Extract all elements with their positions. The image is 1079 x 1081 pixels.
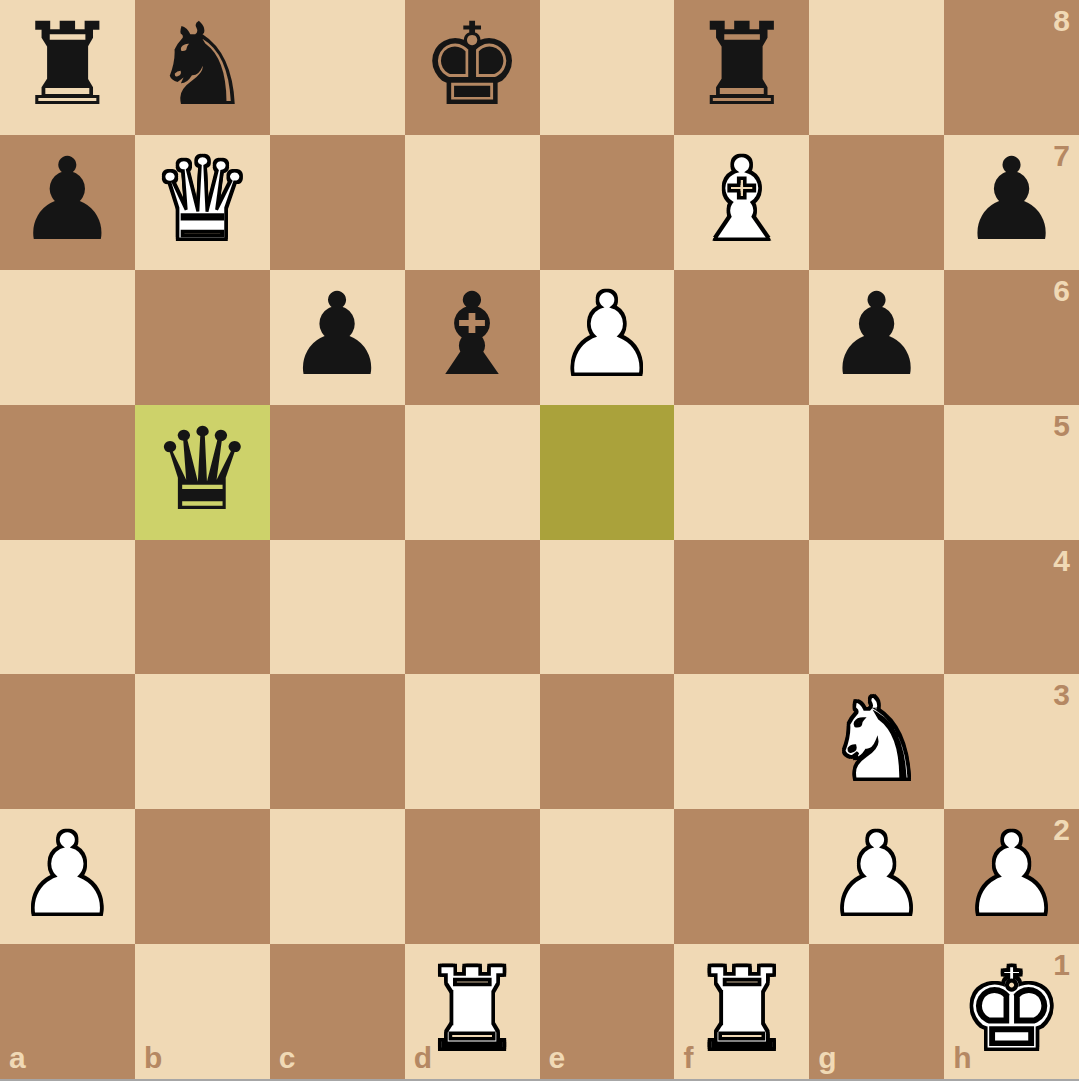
file-label-f: f (683, 1043, 693, 1073)
square-h7[interactable]: ♟7 (944, 135, 1079, 270)
square-a4[interactable] (0, 540, 135, 675)
black-knight[interactable]: ♞ (151, 8, 253, 122)
square-b8[interactable]: ♞ (135, 0, 270, 135)
square-d2[interactable] (405, 809, 540, 944)
square-c8[interactable] (270, 0, 405, 135)
square-h6[interactable]: 6 (944, 270, 1079, 405)
square-b2[interactable] (135, 809, 270, 944)
black-bishop[interactable]: ♝ (421, 278, 523, 392)
white-king[interactable]: ♚ (960, 953, 1062, 1067)
rank-label-6: 6 (1053, 276, 1070, 306)
file-label-g: g (818, 1043, 836, 1073)
square-g7[interactable] (809, 135, 944, 270)
square-b1[interactable]: b (135, 944, 270, 1079)
rank-label-5: 5 (1053, 411, 1070, 441)
square-e2[interactable] (540, 809, 675, 944)
square-f6[interactable] (674, 270, 809, 405)
rank-label-3: 3 (1053, 680, 1070, 710)
square-e1[interactable]: e (540, 944, 675, 1079)
square-d3[interactable] (405, 674, 540, 809)
square-a7[interactable]: ♟ (0, 135, 135, 270)
file-label-h: h (953, 1043, 971, 1073)
square-g4[interactable] (809, 540, 944, 675)
white-bishop[interactable]: ♝ (691, 143, 793, 257)
square-b5[interactable]: ♛ (135, 405, 270, 540)
file-label-c: c (279, 1043, 296, 1073)
square-c3[interactable] (270, 674, 405, 809)
rank-label-4: 4 (1053, 546, 1070, 576)
white-pawn[interactable]: ♟ (556, 278, 658, 392)
square-e6[interactable]: ♟ (540, 270, 675, 405)
square-d6[interactable]: ♝ (405, 270, 540, 405)
square-d5[interactable] (405, 405, 540, 540)
square-a2[interactable]: ♟ (0, 809, 135, 944)
square-g1[interactable]: g (809, 944, 944, 1079)
square-d1[interactable]: ♜d (405, 944, 540, 1079)
square-d7[interactable] (405, 135, 540, 270)
square-h1[interactable]: ♚h1 (944, 944, 1079, 1079)
square-h4[interactable]: 4 (944, 540, 1079, 675)
square-f3[interactable] (674, 674, 809, 809)
square-e5[interactable] (540, 405, 675, 540)
square-h5[interactable]: 5 (944, 405, 1079, 540)
square-g3[interactable]: ♞ (809, 674, 944, 809)
square-b6[interactable] (135, 270, 270, 405)
square-e3[interactable] (540, 674, 675, 809)
square-c1[interactable]: c (270, 944, 405, 1079)
rank-label-2: 2 (1053, 815, 1070, 845)
square-g8[interactable] (809, 0, 944, 135)
square-h2[interactable]: ♟2 (944, 809, 1079, 944)
square-f8[interactable]: ♜ (674, 0, 809, 135)
white-rook[interactable]: ♜ (421, 953, 523, 1067)
square-h3[interactable]: 3 (944, 674, 1079, 809)
black-rook[interactable]: ♜ (691, 8, 793, 122)
black-pawn[interactable]: ♟ (286, 278, 388, 392)
square-f2[interactable] (674, 809, 809, 944)
square-c2[interactable] (270, 809, 405, 944)
square-f1[interactable]: ♜f (674, 944, 809, 1079)
square-a5[interactable] (0, 405, 135, 540)
square-c6[interactable]: ♟ (270, 270, 405, 405)
black-pawn[interactable]: ♟ (826, 278, 928, 392)
square-f4[interactable] (674, 540, 809, 675)
square-e4[interactable] (540, 540, 675, 675)
white-rook[interactable]: ♜ (691, 953, 793, 1067)
black-pawn[interactable]: ♟ (960, 143, 1062, 257)
file-label-e: e (549, 1043, 566, 1073)
square-b7[interactable]: ♛ (135, 135, 270, 270)
black-queen[interactable]: ♛ (151, 413, 253, 527)
square-g2[interactable]: ♟ (809, 809, 944, 944)
black-pawn[interactable]: ♟ (16, 143, 118, 257)
white-pawn[interactable]: ♟ (960, 818, 1062, 932)
white-knight[interactable]: ♞ (826, 683, 928, 797)
square-g5[interactable] (809, 405, 944, 540)
rank-label-8: 8 (1053, 6, 1070, 36)
chess-board-wrap: ♜♞♚♜8♟♛♝♟7♟♝♟♟6♛54♞3♟♟♟2abc♜de♜fg♚h1 (0, 0, 1079, 1081)
square-c4[interactable] (270, 540, 405, 675)
square-d4[interactable] (405, 540, 540, 675)
square-d8[interactable]: ♚ (405, 0, 540, 135)
square-a6[interactable] (0, 270, 135, 405)
black-king[interactable]: ♚ (421, 8, 523, 122)
black-rook[interactable]: ♜ (16, 8, 118, 122)
square-f5[interactable] (674, 405, 809, 540)
square-g6[interactable]: ♟ (809, 270, 944, 405)
square-f7[interactable]: ♝ (674, 135, 809, 270)
square-e7[interactable] (540, 135, 675, 270)
file-label-a: a (9, 1043, 26, 1073)
square-b4[interactable] (135, 540, 270, 675)
square-a8[interactable]: ♜ (0, 0, 135, 135)
square-a1[interactable]: a (0, 944, 135, 1079)
square-b3[interactable] (135, 674, 270, 809)
rank-label-1: 1 (1053, 950, 1070, 980)
square-a3[interactable] (0, 674, 135, 809)
white-pawn[interactable]: ♟ (826, 818, 928, 932)
white-pawn[interactable]: ♟ (16, 818, 118, 932)
square-c5[interactable] (270, 405, 405, 540)
rank-label-7: 7 (1053, 141, 1070, 171)
file-label-b: b (144, 1043, 162, 1073)
chess-board: ♜♞♚♜8♟♛♝♟7♟♝♟♟6♛54♞3♟♟♟2abc♜de♜fg♚h1 (0, 0, 1079, 1079)
white-queen[interactable]: ♛ (151, 143, 253, 257)
square-c7[interactable] (270, 135, 405, 270)
square-h8[interactable]: 8 (944, 0, 1079, 135)
square-e8[interactable] (540, 0, 675, 135)
file-label-d: d (414, 1043, 432, 1073)
